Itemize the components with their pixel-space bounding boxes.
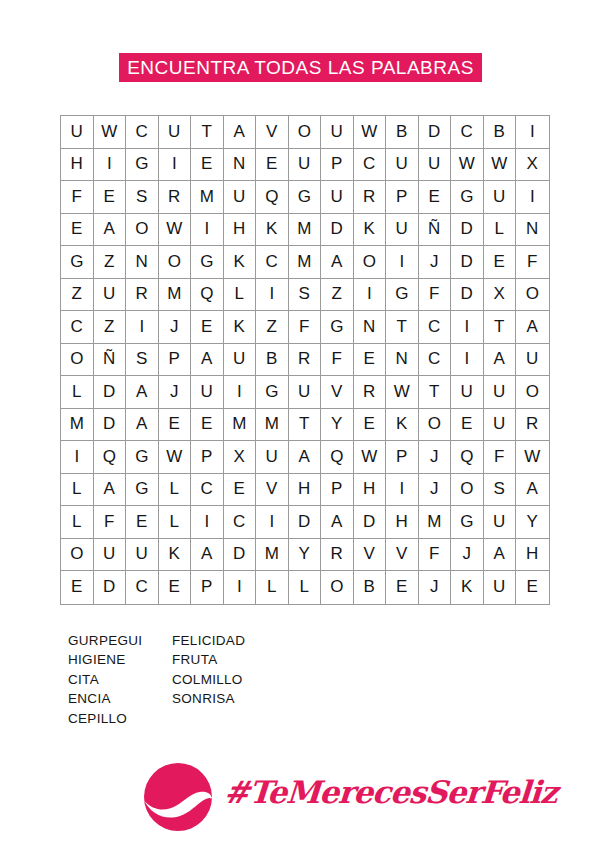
grid-cell[interactable]: E <box>191 409 224 442</box>
grid-cell[interactable]: Z <box>321 279 354 312</box>
grid-cell[interactable]: M <box>289 246 322 279</box>
grid-cell[interactable]: I <box>256 279 289 312</box>
grid-cell[interactable]: C <box>354 149 387 182</box>
word-list: GURPEGUIHIGIENECITAENCIACEPILLO FELICIDA… <box>68 631 245 728</box>
grid-cell[interactable]: S <box>289 279 322 312</box>
grid-cell[interactable]: I <box>61 441 94 474</box>
grid-cell[interactable]: I <box>126 311 159 344</box>
word-list-col1: GURPEGUIHIGIENECITAENCIACEPILLO <box>68 631 172 728</box>
grid-cell[interactable]: T <box>289 409 322 442</box>
grid-cell[interactable]: T <box>419 376 452 409</box>
grid-cell[interactable]: C <box>126 571 159 604</box>
grid-cell[interactable]: I <box>516 116 549 149</box>
grid-cell[interactable]: R <box>126 279 159 312</box>
grid-cell[interactable]: G <box>289 181 322 214</box>
grid-cell[interactable]: I <box>191 214 224 247</box>
grid-cell[interactable]: E <box>126 506 159 539</box>
grid-cell[interactable]: G <box>126 149 159 182</box>
grid-cell[interactable]: C <box>126 116 159 149</box>
grid-cell[interactable]: S <box>126 181 159 214</box>
brand-hashtag: #TeMerecesSerFeliz <box>223 774 559 810</box>
grid-cell[interactable]: I <box>224 376 257 409</box>
grid-cell[interactable]: P <box>321 474 354 507</box>
grid-cell[interactable]: B <box>256 344 289 377</box>
word-list-item: HIGIENE <box>68 650 172 669</box>
grid-cell[interactable]: F <box>419 539 452 572</box>
grid-cell[interactable]: K <box>354 214 387 247</box>
grid-cell[interactable]: Y <box>516 506 549 539</box>
word-list-item: GURPEGUI <box>68 631 172 650</box>
grid-cell[interactable]: G <box>126 441 159 474</box>
grid-cell[interactable]: D <box>451 214 484 247</box>
title-banner: ENCUENTRA TODAS LAS PALABRAS <box>119 53 482 82</box>
grid-cell[interactable]: E <box>191 149 224 182</box>
grid-cell[interactable]: J <box>419 474 452 507</box>
grid-cell[interactable]: N <box>516 214 549 247</box>
grid-cell[interactable]: I <box>224 571 257 604</box>
grid-cell[interactable]: L <box>224 279 257 312</box>
grid-cell[interactable]: J <box>419 441 452 474</box>
grid-cell[interactable]: U <box>451 376 484 409</box>
grid-cell[interactable]: C <box>61 311 94 344</box>
grid-cell[interactable]: U <box>484 181 517 214</box>
grid-cell[interactable]: K <box>224 246 257 279</box>
grid-cell[interactable]: Z <box>61 279 94 312</box>
grid-cell[interactable]: A <box>484 344 517 377</box>
grid-cell[interactable]: P <box>191 571 224 604</box>
grid-cell[interactable]: D <box>289 506 322 539</box>
grid-cell[interactable]: A <box>191 539 224 572</box>
grid-cell[interactable]: D <box>321 214 354 247</box>
grid-cell[interactable]: O <box>451 474 484 507</box>
grid-cell[interactable]: U <box>484 506 517 539</box>
grid-cell[interactable]: E <box>94 181 127 214</box>
grid-cell[interactable]: I <box>451 344 484 377</box>
grid-cell[interactable]: U <box>321 116 354 149</box>
grid-cell[interactable]: W <box>159 214 192 247</box>
grid-cell[interactable]: N <box>126 246 159 279</box>
grid-cell[interactable]: S <box>484 474 517 507</box>
grid-cell[interactable]: K <box>224 311 257 344</box>
grid-cell[interactable]: Y <box>321 409 354 442</box>
grid-cell[interactable]: O <box>61 344 94 377</box>
grid-cell[interactable]: L <box>289 571 322 604</box>
word-list-item: SONRISA <box>172 689 245 708</box>
grid-cell[interactable]: V <box>386 539 419 572</box>
grid-cell[interactable]: X <box>516 149 549 182</box>
grid-cell[interactable]: O <box>61 539 94 572</box>
grid-cell[interactable]: N <box>224 149 257 182</box>
grid-cell[interactable]: O <box>516 376 549 409</box>
word-list-col2: FELICIDADFRUTACOLMILLOSONRISA <box>172 631 245 728</box>
grid-cell[interactable]: O <box>419 409 452 442</box>
grid-cell[interactable]: L <box>159 506 192 539</box>
grid-cell[interactable]: B <box>386 116 419 149</box>
grid-cell[interactable]: U <box>61 116 94 149</box>
grid-cell[interactable]: E <box>61 571 94 604</box>
grid-cell[interactable]: A <box>321 506 354 539</box>
grid-cell[interactable]: Q <box>256 181 289 214</box>
grid-cell[interactable]: U <box>289 376 322 409</box>
grid-cell[interactable]: I <box>159 149 192 182</box>
grid-cell[interactable]: W <box>159 441 192 474</box>
grid-cell[interactable]: E <box>354 409 387 442</box>
grid-cell[interactable]: U <box>386 214 419 247</box>
grid-cell[interactable]: I <box>516 181 549 214</box>
grid-cell[interactable]: W <box>516 441 549 474</box>
grid-cell[interactable]: P <box>159 344 192 377</box>
grid-cell[interactable]: H <box>516 539 549 572</box>
grid-cell[interactable]: Ñ <box>419 214 452 247</box>
grid-cell[interactable]: U <box>159 116 192 149</box>
grid-cell[interactable]: X <box>224 441 257 474</box>
grid-cell[interactable]: Q <box>94 441 127 474</box>
grid-cell[interactable]: A <box>516 311 549 344</box>
grid-cell[interactable]: E <box>256 149 289 182</box>
grid-cell[interactable]: D <box>354 506 387 539</box>
grid-cell[interactable]: A <box>126 376 159 409</box>
grid-cell[interactable]: K <box>256 214 289 247</box>
word-search-grid: UWCUTAVOUWBDCBIHIGIENEUPCUUWWXFESRMUQGUR… <box>60 115 550 605</box>
grid-cell[interactable]: V <box>321 376 354 409</box>
grid-cell[interactable]: F <box>484 441 517 474</box>
grid-cell[interactable]: R <box>159 181 192 214</box>
grid-cell[interactable]: O <box>159 246 192 279</box>
grid-cell[interactable]: U <box>484 409 517 442</box>
grid-cell[interactable]: A <box>94 474 127 507</box>
grid-cell[interactable]: B <box>354 571 387 604</box>
grid-cell[interactable]: E <box>61 214 94 247</box>
word-list-item: CITA <box>68 670 172 689</box>
grid-cell[interactable]: W <box>451 149 484 182</box>
grid-cell[interactable]: G <box>256 376 289 409</box>
grid-cell[interactable]: U <box>224 181 257 214</box>
word-list-item: CEPILLO <box>68 709 172 728</box>
grid-cell[interactable]: E <box>451 409 484 442</box>
grid-cell[interactable]: C <box>451 116 484 149</box>
grid-cell[interactable]: I <box>386 474 419 507</box>
grid-cell[interactable]: U <box>94 279 127 312</box>
grid-cell[interactable]: D <box>224 539 257 572</box>
grid-cell[interactable]: H <box>386 506 419 539</box>
grid-cell[interactable]: L <box>61 474 94 507</box>
grid-cell[interactable]: U <box>256 441 289 474</box>
word-list-item: FRUTA <box>172 650 245 669</box>
grid-cell[interactable]: W <box>94 116 127 149</box>
grid-cell[interactable]: E <box>419 181 452 214</box>
grid-cell[interactable]: N <box>386 344 419 377</box>
grid-cell[interactable]: A <box>484 539 517 572</box>
grid-cell[interactable]: A <box>516 474 549 507</box>
grid-cell[interactable]: A <box>289 441 322 474</box>
grid-cell[interactable]: T <box>191 116 224 149</box>
grid-cell[interactable]: Ñ <box>94 344 127 377</box>
grid-cell[interactable]: U <box>289 149 322 182</box>
grid-cell[interactable]: C <box>419 344 452 377</box>
grid-cell[interactable]: E <box>516 571 549 604</box>
grid-cell[interactable]: D <box>94 376 127 409</box>
grid-cell[interactable]: A <box>126 409 159 442</box>
grid-cell[interactable]: Z <box>256 311 289 344</box>
grid-cell[interactable]: K <box>159 539 192 572</box>
grid-cell[interactable]: Y <box>289 539 322 572</box>
grid-cell[interactable]: M <box>256 539 289 572</box>
grid-cell[interactable]: I <box>94 149 127 182</box>
grid-cell[interactable]: U <box>191 376 224 409</box>
grid-cell[interactable]: F <box>94 506 127 539</box>
grid-cell[interactable]: F <box>516 246 549 279</box>
grid-cell[interactable]: A <box>321 246 354 279</box>
grid-cell[interactable]: F <box>419 279 452 312</box>
grid-cell[interactable]: L <box>159 474 192 507</box>
grid-cell[interactable]: E <box>159 571 192 604</box>
grid-cell[interactable]: Q <box>191 279 224 312</box>
grid-cell[interactable]: Z <box>94 311 127 344</box>
grid-cell[interactable]: D <box>451 246 484 279</box>
grid-cell[interactable]: W <box>354 441 387 474</box>
grid-cell[interactable]: V <box>256 474 289 507</box>
word-list-item: ENCIA <box>68 689 172 708</box>
grid-cell[interactable]: U <box>484 376 517 409</box>
grid-cell[interactable]: B <box>484 116 517 149</box>
grid-cell[interactable]: R <box>321 539 354 572</box>
grid-cell[interactable]: U <box>224 344 257 377</box>
word-list-item: FELICIDAD <box>172 631 245 650</box>
grid-cell[interactable]: U <box>419 149 452 182</box>
grid-cell[interactable]: K <box>451 571 484 604</box>
grid-cell[interactable]: G <box>61 246 94 279</box>
grid-cell[interactable]: O <box>289 116 322 149</box>
grid-cell[interactable]: G <box>321 311 354 344</box>
grid-cell[interactable]: P <box>321 149 354 182</box>
grid-cell[interactable]: E <box>484 246 517 279</box>
grid-cell[interactable]: G <box>451 181 484 214</box>
grid-cell[interactable]: O <box>354 246 387 279</box>
grid-cell[interactable]: L <box>61 376 94 409</box>
word-list-item: COLMILLO <box>172 670 245 689</box>
grid-cell[interactable]: D <box>94 571 127 604</box>
grid-cell[interactable]: J <box>159 311 192 344</box>
grid-cell[interactable]: M <box>61 409 94 442</box>
grid-cell[interactable]: W <box>386 376 419 409</box>
grid-cell[interactable]: A <box>94 214 127 247</box>
grid-cell[interactable]: H <box>61 149 94 182</box>
grid-cell[interactable]: I <box>386 246 419 279</box>
grid-cell[interactable]: M <box>256 409 289 442</box>
grid-cell[interactable]: V <box>354 539 387 572</box>
grid-cell[interactable]: F <box>321 344 354 377</box>
grid-cell[interactable]: G <box>386 279 419 312</box>
grid-cell[interactable]: N <box>354 311 387 344</box>
grid-cell[interactable]: U <box>386 149 419 182</box>
grid-cell[interactable]: L <box>61 506 94 539</box>
grid-cell[interactable]: I <box>191 506 224 539</box>
grid-cell[interactable]: J <box>159 376 192 409</box>
grid-cell[interactable]: C <box>419 311 452 344</box>
grid-cell[interactable]: E <box>191 311 224 344</box>
grid-cell[interactable]: D <box>451 279 484 312</box>
grid-cell[interactable]: R <box>516 409 549 442</box>
grid-cell[interactable]: E <box>224 474 257 507</box>
grid-cell[interactable]: E <box>159 409 192 442</box>
grid-cell[interactable]: P <box>191 441 224 474</box>
grid-cell[interactable]: Z <box>94 246 127 279</box>
grid-cell[interactable]: Q <box>321 441 354 474</box>
grid-cell[interactable]: U <box>484 571 517 604</box>
grid-cell[interactable]: V <box>256 116 289 149</box>
grid-cell[interactable]: H <box>354 474 387 507</box>
grid-cell[interactable]: G <box>191 246 224 279</box>
grid-cell[interactable]: C <box>224 506 257 539</box>
grid-cell[interactable]: H <box>289 474 322 507</box>
grid-cell[interactable]: U <box>516 344 549 377</box>
grid-cell[interactable]: L <box>484 214 517 247</box>
grid-cell[interactable]: W <box>484 149 517 182</box>
grid-cell[interactable]: D <box>94 409 127 442</box>
grid-cell[interactable]: U <box>126 539 159 572</box>
grid-cell[interactable]: J <box>419 246 452 279</box>
grid-cell[interactable]: D <box>419 116 452 149</box>
grid-cell[interactable]: M <box>191 181 224 214</box>
grid-cell[interactable]: A <box>191 344 224 377</box>
grid-cell[interactable]: O <box>126 214 159 247</box>
grid-cell[interactable]: O <box>321 571 354 604</box>
grid-cell[interactable]: I <box>256 506 289 539</box>
grid-cell[interactable]: C <box>256 246 289 279</box>
grid-cell[interactable]: C <box>191 474 224 507</box>
grid-cell[interactable]: G <box>126 474 159 507</box>
grid-cell[interactable]: Q <box>451 441 484 474</box>
grid-cell[interactable]: M <box>419 506 452 539</box>
grid-cell[interactable]: X <box>484 279 517 312</box>
grid-cell[interactable]: E <box>386 571 419 604</box>
grid-cell[interactable]: R <box>354 376 387 409</box>
grid-cell[interactable]: E <box>354 344 387 377</box>
grid-cell[interactable]: T <box>484 311 517 344</box>
grid-cell[interactable]: P <box>386 181 419 214</box>
grid-cell[interactable]: M <box>289 214 322 247</box>
grid-cell[interactable]: J <box>419 571 452 604</box>
grid-cell[interactable]: M <box>224 409 257 442</box>
grid-cell[interactable]: R <box>354 181 387 214</box>
grid-cell[interactable]: O <box>516 279 549 312</box>
brand-logo <box>144 763 212 831</box>
grid-cell[interactable]: H <box>224 214 257 247</box>
grid-cell[interactable]: I <box>451 311 484 344</box>
grid-cell[interactable]: L <box>256 571 289 604</box>
grid-cell[interactable]: I <box>354 279 387 312</box>
grid-cell[interactable]: W <box>354 116 387 149</box>
page-title: ENCUENTRA TODAS LAS PALABRAS <box>127 57 474 79</box>
grid-cell[interactable]: F <box>61 181 94 214</box>
grid-cell[interactable]: S <box>126 344 159 377</box>
grid-cell[interactable]: U <box>321 181 354 214</box>
grid-cell[interactable]: J <box>451 539 484 572</box>
grid-cell[interactable]: T <box>386 311 419 344</box>
grid-cell[interactable]: A <box>224 116 257 149</box>
grid-cell[interactable]: R <box>289 344 322 377</box>
grid-cell[interactable]: F <box>289 311 322 344</box>
grid-cell[interactable]: M <box>159 279 192 312</box>
grid-cell[interactable]: P <box>386 441 419 474</box>
grid-cell[interactable]: K <box>386 409 419 442</box>
grid-cell[interactable]: U <box>94 539 127 572</box>
grid-cell[interactable]: G <box>451 506 484 539</box>
